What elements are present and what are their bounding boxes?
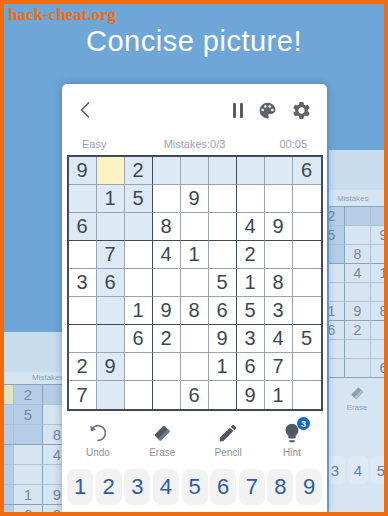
gear-icon <box>291 100 312 121</box>
sudoku-board: 9261596849741236518198653629345291677691 <box>67 155 323 411</box>
board-cell[interactable] <box>265 185 293 213</box>
background-erase-label: Erase <box>347 403 368 412</box>
board-cell[interactable]: 6 <box>209 297 237 325</box>
board-cell[interactable] <box>293 297 321 325</box>
board-cell <box>14 425 43 445</box>
board-cell: 6 <box>329 321 345 340</box>
board-cell: 8 <box>371 302 384 321</box>
board-cell[interactable] <box>181 269 209 297</box>
board-cell[interactable] <box>293 213 321 241</box>
board-cell[interactable]: 8 <box>181 297 209 325</box>
board-cell[interactable] <box>265 241 293 269</box>
chevron-left-icon <box>74 98 98 122</box>
board-cell[interactable] <box>97 157 125 185</box>
pencil-button[interactable]: Pencil <box>215 422 242 458</box>
board-cell <box>345 283 371 302</box>
board-cell[interactable] <box>125 241 153 269</box>
board-cell <box>371 245 384 264</box>
board-cell[interactable] <box>293 185 321 213</box>
board-cell[interactable]: 9 <box>209 325 237 353</box>
board-cell[interactable] <box>97 297 125 325</box>
top-bar <box>62 84 327 124</box>
board-cell[interactable] <box>209 213 237 241</box>
mistakes-counter: Mistakes:0/3 <box>143 138 246 150</box>
board-cell <box>14 465 43 485</box>
board-cell: 6 <box>371 359 384 378</box>
board-cell[interactable]: 1 <box>237 269 265 297</box>
board-cell: 1 <box>14 485 43 505</box>
board-cell[interactable]: 9 <box>97 353 125 381</box>
background-mistakes-label: Mistakes <box>32 373 62 382</box>
background-screenshot-right: Mistakes 259841198626 Erase 345 <box>329 150 384 512</box>
board-cell <box>329 359 345 378</box>
board-cell[interactable]: 7 <box>97 241 125 269</box>
board-cell <box>329 264 345 283</box>
number-pad: 123456789 <box>62 469 327 505</box>
board-cell[interactable] <box>293 381 321 409</box>
board-cell[interactable] <box>153 269 181 297</box>
board-cell[interactable]: 7 <box>265 353 293 381</box>
board-cell[interactable] <box>97 213 125 241</box>
board-cell[interactable]: 2 <box>125 157 153 185</box>
background-screenshot-left: Mistakes 215874619629 <box>4 332 62 512</box>
board-cell <box>371 321 384 340</box>
board-cell: 6 <box>4 465 14 485</box>
numpad-3: 3 <box>329 456 345 484</box>
background-erase-button: Erase <box>338 384 376 412</box>
board-cell[interactable]: 7 <box>69 381 97 409</box>
board-cell <box>345 226 371 245</box>
pencil-label: Pencil <box>215 447 242 458</box>
status-bar: Easy Mistakes:0/3 00:05 <box>62 138 327 150</box>
numpad-5: 5 <box>371 456 384 484</box>
board-cell <box>4 385 14 405</box>
board-cell: 9 <box>345 302 371 321</box>
board-cell <box>4 485 14 505</box>
board-cell[interactable] <box>125 381 153 409</box>
board-cell[interactable]: 5 <box>293 325 321 353</box>
board-cell <box>43 465 62 485</box>
board-cell[interactable] <box>237 185 265 213</box>
board-cell: 2 <box>43 505 62 512</box>
board-cell: 1 <box>329 302 345 321</box>
board-cell[interactable] <box>125 269 153 297</box>
board-cell: 9 <box>43 485 62 505</box>
board-cell: 8 <box>43 425 62 445</box>
board-cell[interactable] <box>69 325 97 353</box>
board-cell[interactable] <box>209 241 237 269</box>
board-cell[interactable] <box>69 297 97 325</box>
background-header-band <box>4 332 62 372</box>
board-cell <box>4 425 14 445</box>
board-cell[interactable] <box>125 213 153 241</box>
board-cell[interactable] <box>181 213 209 241</box>
palette-icon <box>257 100 278 121</box>
board-cell[interactable] <box>293 269 321 297</box>
background-numpad: 345 <box>329 456 384 484</box>
banner-title: Concise picture! <box>4 25 384 58</box>
board-cell: 4 <box>43 445 62 465</box>
back-button[interactable] <box>74 98 98 122</box>
board-cell[interactable]: 4 <box>237 213 265 241</box>
board-cell <box>14 445 43 465</box>
board-cell[interactable]: 6 <box>181 381 209 409</box>
eraser-icon <box>348 384 366 402</box>
board-cell[interactable] <box>209 381 237 409</box>
board-cell <box>329 283 345 302</box>
board-cell[interactable]: 3 <box>237 325 265 353</box>
board-cell <box>371 207 384 226</box>
board-cell: 1 <box>4 405 14 425</box>
board-cell[interactable]: 1 <box>181 241 209 269</box>
numpad-4: 4 <box>348 456 368 484</box>
board-cell <box>329 245 345 264</box>
board-cell[interactable] <box>97 325 125 353</box>
board-cell <box>371 340 384 359</box>
board-cell[interactable] <box>293 241 321 269</box>
board-cell[interactable] <box>181 353 209 381</box>
board-cell[interactable]: 4 <box>265 325 293 353</box>
board-cell[interactable]: 4 <box>153 241 181 269</box>
board-cell: 2 <box>14 385 43 405</box>
board-cell <box>345 207 371 226</box>
board-cell[interactable] <box>153 381 181 409</box>
board-cell[interactable] <box>181 325 209 353</box>
erase-label: Erase <box>149 447 175 458</box>
board-cell[interactable] <box>153 157 181 185</box>
settings-button[interactable] <box>291 100 312 121</box>
board-cell[interactable]: 2 <box>237 241 265 269</box>
board-cell[interactable]: 9 <box>237 381 265 409</box>
board-cell[interactable]: 2 <box>153 325 181 353</box>
board-cell[interactable]: 6 <box>97 269 125 297</box>
board-cell: 2 <box>345 321 371 340</box>
board-cell <box>345 359 371 378</box>
numpad-2[interactable]: 2 <box>96 469 122 505</box>
board-cell[interactable]: 6 <box>293 157 321 185</box>
board-cell: 1 <box>371 264 384 283</box>
pause-button[interactable] <box>232 101 244 120</box>
board-cell[interactable]: 1 <box>97 185 125 213</box>
board-cell[interactable] <box>265 157 293 185</box>
board-cell[interactable]: 9 <box>181 185 209 213</box>
board-cell: 6 <box>14 505 43 512</box>
board-cell[interactable] <box>97 381 125 409</box>
board-cell[interactable]: 8 <box>265 269 293 297</box>
board-cell[interactable]: 1 <box>265 381 293 409</box>
board-cell[interactable] <box>293 353 321 381</box>
board-cell[interactable]: 9 <box>69 157 97 185</box>
board-cell: 2 <box>329 207 345 226</box>
board-cell[interactable] <box>153 353 181 381</box>
board-cell[interactable] <box>69 241 97 269</box>
numpad-6[interactable]: 6 <box>210 469 236 505</box>
board-cell[interactable]: 3 <box>265 297 293 325</box>
theme-button[interactable] <box>257 100 278 121</box>
pencil-icon <box>217 422 239 444</box>
difficulty-label: Easy <box>82 138 143 150</box>
board-cell[interactable]: 6 <box>69 213 97 241</box>
board-cell[interactable] <box>209 185 237 213</box>
numpad-7[interactable]: 7 <box>239 469 265 505</box>
board-cell[interactable]: 1 <box>209 353 237 381</box>
undo-label: Undo <box>86 447 110 458</box>
board-cell <box>43 385 62 405</box>
board-cell <box>43 405 62 425</box>
board-cell: 9 <box>371 226 384 245</box>
pause-icon <box>240 103 243 118</box>
board-cell[interactable]: 1 <box>125 297 153 325</box>
board-cell: 5 <box>14 405 43 425</box>
board-cell: 7 <box>4 445 14 465</box>
undo-button[interactable]: Undo <box>86 422 110 458</box>
top-bar-actions <box>232 100 312 121</box>
board-cell[interactable]: 2 <box>69 353 97 381</box>
undo-icon <box>87 422 109 444</box>
board-cell <box>329 340 345 359</box>
board-cell[interactable] <box>125 353 153 381</box>
board-cell: 4 <box>345 264 371 283</box>
hint-button[interactable]: 3 Hint <box>281 422 303 458</box>
numpad-4[interactable]: 4 <box>153 469 179 505</box>
game-card: Easy Mistakes:0/3 00:05 9261596849741236… <box>62 84 327 512</box>
eraser-icon <box>151 422 173 444</box>
watermark-text: hack-cheat.org <box>8 5 116 25</box>
board-cell[interactable] <box>237 157 265 185</box>
board-cell[interactable] <box>181 157 209 185</box>
numpad-5[interactable]: 5 <box>182 469 208 505</box>
board-cell[interactable]: 5 <box>209 269 237 297</box>
board-cell <box>4 505 14 512</box>
numpad-8[interactable]: 8 <box>267 469 293 505</box>
board-cell: 8 <box>345 245 371 264</box>
background-board-left: 215874619629 <box>4 384 62 512</box>
board-cell[interactable]: 6 <box>237 353 265 381</box>
numpad-1[interactable]: 1 <box>67 469 93 505</box>
pause-icon <box>233 103 236 118</box>
numpad-9[interactable]: 9 <box>296 469 322 505</box>
numpad-3[interactable]: 3 <box>124 469 150 505</box>
toolbar: Undo Erase Pencil <box>62 422 327 458</box>
background-header-band <box>329 150 384 190</box>
board-cell[interactable] <box>209 157 237 185</box>
board-cell[interactable]: 9 <box>153 297 181 325</box>
board-cell <box>371 283 384 302</box>
board-cell[interactable]: 6 <box>125 325 153 353</box>
board-cell[interactable]: 9 <box>265 213 293 241</box>
board-cell[interactable]: 5 <box>237 297 265 325</box>
hint-count-badge: 3 <box>297 417 310 430</box>
board-cell[interactable]: 8 <box>153 213 181 241</box>
erase-button[interactable]: Erase <box>149 422 175 458</box>
timer: 00:05 <box>246 138 307 150</box>
board-cell[interactable]: 5 <box>125 185 153 213</box>
board-cell[interactable] <box>69 185 97 213</box>
board-cell[interactable] <box>153 185 181 213</box>
background-board-right: 259841198626 <box>329 206 384 378</box>
app-screenshot: hack-cheat.org Concise picture! Mistakes… <box>0 0 388 516</box>
hint-label: Hint <box>283 447 301 458</box>
background-mistakes-label: Mistakes <box>337 194 369 203</box>
board-cell <box>345 340 371 359</box>
board-cell: 5 <box>329 226 345 245</box>
board-cell[interactable]: 3 <box>69 269 97 297</box>
